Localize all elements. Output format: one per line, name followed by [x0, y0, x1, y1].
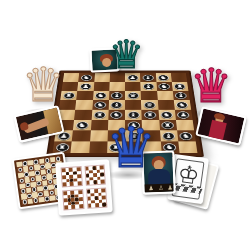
board-square: ♜ [159, 120, 177, 131]
board-square [72, 130, 90, 141]
token-B: ♝ [142, 74, 153, 80]
token-B: ♝ [111, 92, 123, 99]
pattern-card-grid [61, 165, 108, 211]
token-R: ♜ [63, 92, 75, 99]
board-square [157, 91, 174, 100]
token-B: ♝ [162, 132, 175, 140]
token-N: ♞ [180, 132, 193, 140]
token-N: ♞ [94, 101, 106, 108]
board-square: ♜ [172, 82, 189, 91]
board-square: ♝ [109, 91, 125, 100]
tiny-chess-piece: ♙ [158, 185, 164, 191]
board-square [76, 91, 93, 100]
board-square: ♞ [155, 73, 171, 82]
product-photo-queens-gambit-game: { "game": "Chess — The Queen's Gambit bo… [0, 0, 250, 250]
board-square: ♛ [125, 91, 141, 100]
board-square: ♝ [160, 130, 178, 141]
tiny-chess-piece: ♟ [148, 185, 154, 191]
token-P: ♟ [177, 111, 190, 118]
board-square: ♞ [73, 120, 91, 131]
token-R: ♜ [94, 111, 106, 118]
promo-card-right [195, 106, 247, 146]
board-square [141, 91, 158, 100]
token-Q: ♛ [144, 101, 156, 108]
board-square [178, 141, 197, 153]
board-square [63, 73, 79, 82]
board-square [74, 110, 92, 120]
pattern-square [102, 203, 106, 207]
pattern-square [77, 182, 81, 186]
chess-table-strip: ♟ ♙ ♟ [144, 183, 173, 192]
board-square [176, 120, 194, 131]
board-square [90, 130, 108, 141]
token-N: ♞ [158, 74, 170, 80]
pattern-card [55, 159, 113, 216]
board-square: ♝ [141, 82, 157, 91]
king-card-inner-frame: ♔ [171, 158, 204, 200]
board-square: ♞ [92, 100, 109, 110]
board-square: ♛ [141, 100, 158, 110]
board-square [89, 141, 108, 153]
tiny-chess-piece: ♟ [167, 185, 173, 191]
board-square: ♟ [77, 82, 93, 91]
pattern-quadrant-1 [61, 166, 83, 187]
board-square [94, 73, 110, 82]
token-N: ♞ [95, 92, 107, 99]
board-square: ♞ [93, 91, 110, 100]
token-R: ♜ [174, 83, 186, 89]
board-square [71, 141, 90, 153]
cream-queen-piece: ♛ [22, 61, 64, 108]
pattern-disc [103, 203, 107, 207]
board-square [157, 100, 174, 110]
board-square [171, 73, 187, 82]
board-square: ♝ [173, 91, 190, 100]
pattern-square [101, 180, 105, 184]
token-R: ♜ [55, 143, 69, 151]
board-square [75, 100, 92, 110]
token-N: ♞ [81, 74, 93, 80]
pattern-quadrant-2 [84, 165, 106, 186]
board-square: ♞ [174, 100, 192, 110]
token-N: ♞ [161, 111, 174, 118]
token-R: ♜ [161, 121, 174, 129]
token-P: ♟ [80, 83, 92, 89]
token-B: ♝ [143, 83, 155, 89]
blue-queen-piece: ♛ [106, 120, 156, 176]
token-Q: ♛ [127, 92, 139, 99]
token-N: ♞ [76, 121, 89, 129]
pattern-quadrant-3 [62, 189, 84, 210]
token-B: ♝ [175, 92, 187, 99]
token-N: ♞ [176, 101, 189, 108]
board-square: ♞ [78, 73, 94, 82]
board-square [93, 82, 109, 91]
board-square [125, 100, 142, 110]
board-square: ♝ [108, 100, 125, 110]
pink-queen-piece: ♛ [190, 62, 232, 109]
figure-red-dress [208, 120, 227, 141]
board-square [125, 82, 141, 91]
pattern-quadrant-4 [86, 187, 108, 208]
token-N: ♞ [158, 83, 170, 89]
token-B: ♝ [111, 101, 123, 108]
teal-queen-piece: ♛ [109, 35, 144, 74]
board-square: ♞ [158, 110, 176, 120]
board-square [109, 82, 125, 91]
pattern-square [79, 205, 83, 209]
board-square: ♞ [156, 82, 172, 91]
board-square: ♞ [177, 130, 196, 141]
